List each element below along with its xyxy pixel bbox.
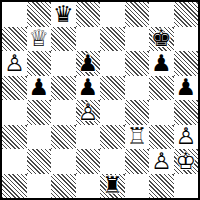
square-b1 xyxy=(27,174,52,199)
square-h5: ♟♟ xyxy=(174,76,199,101)
piece-outline-layer: ♙ xyxy=(174,125,199,150)
square-f6 xyxy=(125,51,150,76)
square-d4: ♟♙ xyxy=(76,100,101,125)
piece-outline-layer: ♙ xyxy=(76,100,101,125)
piece-outline-layer: ♙ xyxy=(2,51,27,76)
square-f5 xyxy=(125,76,150,101)
white-king-piece: ♚♔ xyxy=(174,149,199,174)
piece-outline-layer: ♚ xyxy=(149,27,174,52)
square-c4 xyxy=(51,100,76,125)
piece-outline-layer: ♔ xyxy=(174,149,199,174)
chess-board: ♛♛♛♕♚♚♟♙♟♟♟♟♟♟♟♟♟♟♟♙♜♖♟♙♟♙♚♔♜♜ xyxy=(0,0,200,200)
square-d3 xyxy=(76,125,101,150)
black-king-piece: ♚♚ xyxy=(149,27,174,52)
square-g7: ♚♚ xyxy=(149,27,174,52)
piece-outline-layer: ♜ xyxy=(100,174,125,199)
white-pawn-piece: ♟♙ xyxy=(149,149,174,174)
white-rook-piece: ♜♖ xyxy=(125,125,150,150)
square-a4 xyxy=(2,100,27,125)
square-e8 xyxy=(100,2,125,27)
square-b7: ♛♕ xyxy=(27,27,52,52)
square-d1 xyxy=(76,174,101,199)
square-a5 xyxy=(2,76,27,101)
black-pawn-piece: ♟♟ xyxy=(27,76,52,101)
piece-outline-layer: ♟ xyxy=(149,51,174,76)
piece-outline-layer: ♟ xyxy=(76,51,101,76)
square-a7 xyxy=(2,27,27,52)
square-c7 xyxy=(51,27,76,52)
square-d8 xyxy=(76,2,101,27)
white-queen-piece: ♛♕ xyxy=(27,27,52,52)
piece-outline-layer: ♟ xyxy=(174,76,199,101)
square-d5: ♟♟ xyxy=(76,76,101,101)
black-pawn-piece: ♟♟ xyxy=(174,76,199,101)
white-pawn-piece: ♟♙ xyxy=(2,51,27,76)
square-e6 xyxy=(100,51,125,76)
square-b8 xyxy=(27,2,52,27)
square-b4 xyxy=(27,100,52,125)
square-a6: ♟♙ xyxy=(2,51,27,76)
square-f8 xyxy=(125,2,150,27)
square-b2 xyxy=(27,149,52,174)
square-c2 xyxy=(51,149,76,174)
square-g6: ♟♟ xyxy=(149,51,174,76)
square-a1 xyxy=(2,174,27,199)
square-e4 xyxy=(100,100,125,125)
square-h4 xyxy=(174,100,199,125)
black-queen-piece: ♛♛ xyxy=(51,2,76,27)
square-a3 xyxy=(2,125,27,150)
square-d2 xyxy=(76,149,101,174)
square-g5 xyxy=(149,76,174,101)
square-h1 xyxy=(174,174,199,199)
square-c3 xyxy=(51,125,76,150)
square-h8 xyxy=(174,2,199,27)
square-d6: ♟♟ xyxy=(76,51,101,76)
square-f4 xyxy=(125,100,150,125)
square-a2 xyxy=(2,149,27,174)
square-f3: ♜♖ xyxy=(125,125,150,150)
square-c8: ♛♛ xyxy=(51,2,76,27)
square-c1 xyxy=(51,174,76,199)
square-g8 xyxy=(149,2,174,27)
square-f1 xyxy=(125,174,150,199)
square-e2 xyxy=(100,149,125,174)
black-pawn-piece: ♟♟ xyxy=(149,51,174,76)
piece-outline-layer: ♛ xyxy=(51,2,76,27)
square-h3: ♟♙ xyxy=(174,125,199,150)
square-h2: ♚♔ xyxy=(174,149,199,174)
square-g3 xyxy=(149,125,174,150)
square-f7 xyxy=(125,27,150,52)
square-h7 xyxy=(174,27,199,52)
white-pawn-piece: ♟♙ xyxy=(174,125,199,150)
black-pawn-piece: ♟♟ xyxy=(76,76,101,101)
square-e7 xyxy=(100,27,125,52)
square-b3 xyxy=(27,125,52,150)
square-c6 xyxy=(51,51,76,76)
square-c5 xyxy=(51,76,76,101)
square-e5 xyxy=(100,76,125,101)
white-pawn-piece: ♟♙ xyxy=(76,100,101,125)
square-f2 xyxy=(125,149,150,174)
piece-outline-layer: ♙ xyxy=(149,149,174,174)
square-g1 xyxy=(149,174,174,199)
square-e3 xyxy=(100,125,125,150)
black-pawn-piece: ♟♟ xyxy=(76,51,101,76)
square-g2: ♟♙ xyxy=(149,149,174,174)
piece-outline-layer: ♟ xyxy=(27,76,52,101)
piece-outline-layer: ♖ xyxy=(125,125,150,150)
square-a8 xyxy=(2,2,27,27)
black-rook-piece: ♜♜ xyxy=(100,174,125,199)
square-b5: ♟♟ xyxy=(27,76,52,101)
piece-outline-layer: ♕ xyxy=(27,27,52,52)
square-h6 xyxy=(174,51,199,76)
square-d7 xyxy=(76,27,101,52)
piece-outline-layer: ♟ xyxy=(76,76,101,101)
square-e1: ♜♜ xyxy=(100,174,125,199)
square-g4 xyxy=(149,100,174,125)
square-b6 xyxy=(27,51,52,76)
